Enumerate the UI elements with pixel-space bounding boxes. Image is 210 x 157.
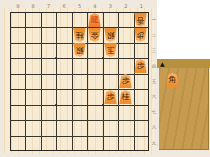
file-label: 6: [56, 2, 71, 10]
piece-kanji: 角: [169, 76, 177, 84]
piece-kanji: 銀: [107, 31, 115, 39]
rank-label: 七: [150, 105, 158, 120]
piece-kanji: 銀: [76, 46, 84, 54]
rank-label: 九: [150, 136, 158, 151]
piece-kanji: 桂: [122, 93, 130, 101]
side-panel: [157, 0, 210, 59]
file-label: 2: [118, 2, 133, 10]
komadai-sente: [159, 68, 209, 150]
rank-label: 六: [150, 89, 158, 104]
piece-kanji: 歩: [137, 62, 145, 70]
star-point: [102, 104, 104, 106]
file-label: 1: [134, 2, 149, 10]
piece-kanji: 歩: [122, 77, 130, 85]
file-label: 9: [10, 2, 25, 10]
rank-label: 八: [150, 120, 158, 135]
piece-kanji: 金: [91, 31, 99, 39]
piece-kanji: 龍: [91, 16, 99, 24]
file-label: 3: [103, 2, 118, 10]
file-label: 8: [25, 2, 40, 10]
piece-kanji: 歩: [107, 93, 115, 101]
piece-kanji: 玉: [107, 46, 115, 54]
file-label: 4: [87, 2, 102, 10]
file-label: 5: [72, 2, 87, 10]
shogi-diagram: 9 8 7 6 5 4 3 2 1 一 二 三 四 五 六 七 八 九 龍 香 …: [0, 0, 210, 157]
piece-kanji: 桂: [76, 31, 84, 39]
piece-kanji: 歩: [137, 31, 145, 39]
piece-kanji: 香: [137, 16, 145, 24]
file-labels: 9 8 7 6 5 4 3 2 1: [10, 2, 149, 10]
sente-marker-icon: ▲: [160, 61, 165, 67]
file-label: 7: [41, 2, 56, 10]
rank-label: 五: [150, 74, 158, 89]
komadai-header: ▲: [157, 59, 210, 68]
